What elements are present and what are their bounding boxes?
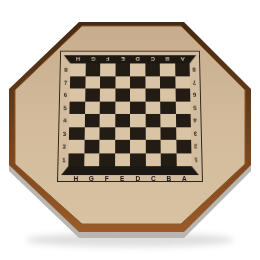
file-label-bottom-b: B [161,174,177,183]
square-f4 [100,114,115,127]
file-label-top-d: D [130,55,145,63]
square-g6 [85,88,100,101]
rank-label-left-7: 7 [61,76,70,89]
square-f6 [100,88,115,101]
square-f7 [100,76,115,89]
square-b6 [160,88,175,101]
square-c3 [145,127,160,140]
file-label-top-e: E [115,55,130,63]
square-d2 [130,140,145,153]
square-a8 [175,63,190,75]
file-label-bottom-g: G [83,174,99,183]
rank-label-right-5: 5 [190,101,200,114]
square-h1 [68,153,84,166]
file-label-bottom-d: D [130,174,146,183]
square-a3 [176,127,191,140]
square-a2 [176,140,192,153]
file-labels-top: HGFEDCBA [70,55,189,63]
square-b5 [160,101,175,114]
square-g4 [84,114,99,127]
file-label-top-a: A [175,55,190,63]
square-h5 [69,101,84,114]
square-c2 [145,140,160,153]
square-g7 [85,76,100,89]
square-e4 [115,114,130,127]
rank-label-left-2: 2 [60,140,70,154]
square-f2 [99,140,114,153]
rank-label-right-4: 4 [190,114,200,127]
rank-label-right-3: 3 [190,127,200,141]
square-e2 [115,140,130,153]
square-c4 [145,114,160,127]
square-b3 [160,127,175,140]
square-d3 [130,127,145,140]
rank-label-right-7: 7 [189,76,199,89]
square-d8 [130,63,145,75]
square-h7 [70,76,85,89]
rank-label-right-1: 1 [191,153,201,167]
file-label-top-c: C [145,55,160,63]
square-f3 [99,127,114,140]
square-g3 [84,127,99,140]
square-c7 [145,76,160,89]
square-f8 [100,63,115,75]
square-c1 [145,153,160,166]
square-c8 [145,63,160,75]
square-f1 [99,153,114,166]
square-c6 [145,88,160,101]
square-e1 [115,153,130,166]
file-label-top-h: H [70,55,85,63]
square-d5 [130,101,145,114]
rank-label-right-6: 6 [190,88,200,101]
square-a5 [175,101,190,114]
square-e5 [115,101,130,114]
square-e7 [115,76,130,89]
rank-label-right-8: 8 [189,63,199,76]
file-label-bottom-e: E [114,174,130,183]
square-a1 [176,153,192,166]
square-b4 [160,114,175,127]
file-label-top-g: G [85,55,100,63]
square-e3 [115,127,130,140]
chess-table-photo: HGFEDCBA HGFEDCBA 87654321 87654321 [0,0,260,260]
square-b1 [161,153,177,166]
square-h3 [69,127,84,140]
rank-label-left-8: 8 [61,63,70,76]
square-h6 [70,88,85,101]
square-a4 [175,114,190,127]
file-label-top-b: B [160,55,175,63]
file-label-bottom-c: C [145,174,161,183]
rank-label-left-1: 1 [59,153,69,167]
square-d1 [130,153,145,166]
file-label-bottom-f: F [99,174,115,183]
square-b2 [161,140,176,153]
square-d6 [130,88,145,101]
rank-labels-left: 87654321 [59,63,70,166]
rank-labels-right: 87654321 [190,63,201,166]
square-d4 [130,114,145,127]
square-b8 [160,63,175,75]
square-g2 [84,140,99,153]
square-e6 [115,88,130,101]
square-a7 [175,76,190,89]
square-h8 [70,63,85,75]
rank-label-right-2: 2 [191,140,201,154]
rank-label-left-4: 4 [60,114,69,127]
rank-label-left-5: 5 [60,101,69,114]
square-d7 [130,76,145,89]
file-label-top-f: F [100,55,115,63]
file-label-bottom-a: A [176,174,192,183]
square-a6 [175,88,190,101]
square-g8 [85,63,100,75]
rank-label-left-6: 6 [61,88,70,101]
square-h2 [69,140,85,153]
square-g5 [85,101,100,114]
square-f5 [100,101,115,114]
square-b7 [160,76,175,89]
square-g1 [84,153,100,166]
rank-label-left-3: 3 [60,127,69,141]
square-h4 [69,114,84,127]
board-squares [68,63,191,166]
file-labels-bottom: HGFEDCBA [68,174,192,183]
square-c5 [145,101,160,114]
square-e8 [115,63,130,75]
chess-board: HGFEDCBA HGFEDCBA 87654321 87654321 [57,51,203,182]
file-label-bottom-h: H [68,174,84,183]
